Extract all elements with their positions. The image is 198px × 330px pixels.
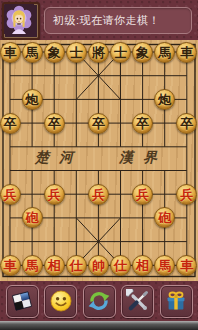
settings-button[interactable] [121,285,154,318]
piece-character: 車 [1,256,20,275]
status-message-bubble: 初级:现在请你走棋！ [44,7,192,34]
piece-character: 兵 [45,185,64,204]
piece-black-soldier[interactable]: 卒 [44,113,65,134]
piece-red-soldier[interactable]: 兵 [0,184,21,205]
piece-character: 炮 [23,90,42,109]
piece-black-general[interactable]: 將 [88,42,109,63]
piece-character: 兵 [89,185,108,204]
piece-character: 象 [133,43,152,62]
piece-red-general[interactable]: 帥 [88,255,109,276]
piece-character: 士 [111,43,130,62]
piece-character: 士 [67,43,86,62]
piece-black-elephant[interactable]: 象 [132,42,153,63]
xiangqi-app: 初级:现在请你走棋！ 楚河 漢界 車馬象士將士象馬車炮炮卒卒卒卒卒兵兵兵兵兵砲砲… [0,0,198,330]
piece-character: 相 [45,256,64,275]
piece-black-soldier[interactable]: 卒 [176,113,197,134]
refresh-icon [87,289,111,313]
piece-character: 馬 [23,43,42,62]
piece-black-chariot[interactable]: 車 [0,42,21,63]
piece-character: 將 [89,43,108,62]
piece-red-soldier[interactable]: 兵 [176,184,197,205]
tools-icon [126,289,150,313]
piece-character: 兵 [177,185,196,204]
piece-black-advisor[interactable]: 士 [110,42,131,63]
piece-character: 兵 [1,185,20,204]
xiangqi-board[interactable]: 楚河 漢界 車馬象士將士象馬車炮炮卒卒卒卒卒兵兵兵兵兵砲砲車馬相仕帥仕相馬車 [0,40,198,281]
piece-black-horse[interactable]: 馬 [22,42,43,63]
piece-character: 車 [177,43,196,62]
emoticon-button[interactable] [44,285,77,318]
piece-black-cannon[interactable]: 炮 [22,89,43,110]
piece-character: 卒 [1,114,20,133]
checkerboard-icon [10,289,34,313]
piece-red-elephant[interactable]: 相 [44,255,65,276]
piece-character: 砲 [155,208,174,227]
bottom-toolbar [0,281,198,321]
piece-character: 仕 [111,256,130,275]
piece-character: 車 [1,43,20,62]
piece-black-cannon[interactable]: 炮 [154,89,175,110]
piece-character: 兵 [133,185,152,204]
piece-character: 車 [177,256,196,275]
piece-red-elephant[interactable]: 相 [132,255,153,276]
piece-character: 卒 [133,114,152,133]
piece-red-chariot[interactable]: 車 [176,255,197,276]
smiley-icon [49,289,73,313]
piece-character: 帥 [89,256,108,275]
bottom-edge-strip [0,321,198,330]
piece-character: 卒 [177,114,196,133]
piece-black-chariot[interactable]: 車 [176,42,197,63]
piece-black-soldier[interactable]: 卒 [0,113,21,134]
piece-red-advisor[interactable]: 仕 [110,255,131,276]
board-style-button[interactable] [6,285,39,318]
piece-character: 馬 [155,256,174,275]
piece-black-horse[interactable]: 馬 [154,42,175,63]
status-message-text: 初级:现在请你走棋！ [45,8,191,28]
river-label-chu: 楚河 [20,148,98,167]
piece-character: 砲 [23,208,42,227]
piece-red-advisor[interactable]: 仕 [66,255,87,276]
piece-character: 相 [133,256,152,275]
princess-avatar-image [4,4,34,34]
piece-black-soldier[interactable]: 卒 [88,113,109,134]
gift-icon [164,289,188,313]
piece-character: 卒 [89,114,108,133]
piece-red-chariot[interactable]: 車 [0,255,21,276]
piece-character: 仕 [67,256,86,275]
piece-red-soldier[interactable]: 兵 [44,184,65,205]
piece-red-cannon[interactable]: 砲 [22,207,43,228]
piece-red-soldier[interactable]: 兵 [88,184,109,205]
piece-black-advisor[interactable]: 士 [66,42,87,63]
piece-black-elephant[interactable]: 象 [44,42,65,63]
piece-red-horse[interactable]: 馬 [22,255,43,276]
piece-red-horse[interactable]: 馬 [154,255,175,276]
piece-character: 馬 [155,43,174,62]
piece-character: 象 [45,43,64,62]
river-label-han: 漢界 [104,148,182,167]
gift-button[interactable] [160,285,193,318]
piece-red-cannon[interactable]: 砲 [154,207,175,228]
restart-button[interactable] [83,285,116,318]
status-bar: 初级:现在请你走棋！ [0,0,198,41]
piece-black-soldier[interactable]: 卒 [132,113,153,134]
piece-character: 炮 [155,90,174,109]
piece-red-soldier[interactable]: 兵 [132,184,153,205]
piece-character: 卒 [45,114,64,133]
princess-avatar [2,2,40,40]
piece-character: 馬 [23,256,42,275]
